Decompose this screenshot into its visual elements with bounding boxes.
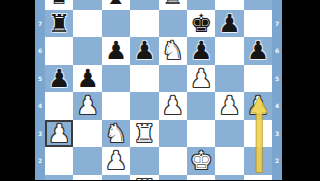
square-d3[interactable]: ♜	[130, 120, 158, 148]
square-e6[interactable]: ♞	[159, 37, 187, 65]
square-f5[interactable]: ♟	[187, 65, 215, 93]
chess-board: ♛♝♜♜♚♟♟♟♞♟♟♟♟♟♟♟♟♟♟♞♜♟♚♜	[45, 0, 272, 180]
black-pawn: ♟	[190, 37, 212, 65]
white-rook: ♜	[133, 175, 155, 181]
square-a4[interactable]	[45, 92, 73, 120]
square-c5[interactable]	[102, 65, 130, 93]
square-h4[interactable]: ♟	[244, 92, 272, 120]
square-b2[interactable]	[73, 147, 101, 175]
square-g7[interactable]: ♟	[215, 10, 243, 38]
black-bishop: ♝	[105, 0, 127, 10]
white-pawn: ♟	[105, 147, 127, 175]
rank-label-8: 8	[35, 0, 45, 10]
square-e4[interactable]: ♟	[159, 92, 187, 120]
square-b7[interactable]	[73, 10, 101, 38]
black-pawn: ♟	[247, 37, 269, 65]
white-pawn: ♟	[190, 65, 212, 93]
rank-label-4: 4	[272, 92, 282, 120]
black-pawn: ♟	[76, 65, 98, 93]
square-h8[interactable]	[244, 0, 272, 10]
square-e8[interactable]: ♜	[159, 0, 187, 10]
square-d7[interactable]	[130, 10, 158, 38]
rank-label-8: 8	[272, 0, 282, 10]
white-knight: ♞	[162, 37, 184, 65]
white-king: ♚	[190, 147, 212, 175]
square-h1[interactable]	[244, 175, 272, 181]
square-c4[interactable]	[102, 92, 130, 120]
square-c6[interactable]: ♟	[102, 37, 130, 65]
square-f1[interactable]	[187, 175, 215, 181]
square-b4[interactable]: ♟	[73, 92, 101, 120]
square-a1[interactable]	[45, 175, 73, 181]
square-d5[interactable]	[130, 65, 158, 93]
rank-label-7: 7	[272, 10, 282, 38]
white-pawn: ♟	[48, 120, 70, 148]
rank-label-3: 3	[272, 120, 282, 148]
chess-board-wrap: 87654321 ♛♝♜♜♚♟♟♟♞♟♟♟♟♟♟♟♟♟♟♞♜♟♚♜ 876543…	[35, 0, 282, 180]
white-pawn: ♟	[218, 92, 240, 120]
square-d6[interactable]: ♟	[130, 37, 158, 65]
square-a6[interactable]	[45, 37, 73, 65]
square-a5[interactable]: ♟	[45, 65, 73, 93]
square-d1[interactable]: ♜	[130, 175, 158, 181]
square-e7[interactable]	[159, 10, 187, 38]
rank-label-5: 5	[272, 65, 282, 93]
black-king: ♚	[190, 10, 212, 38]
black-pawn: ♟	[105, 37, 127, 65]
square-c7[interactable]	[102, 10, 130, 38]
rank-label-5: 5	[35, 65, 45, 93]
square-g2[interactable]	[215, 147, 243, 175]
square-c3[interactable]: ♞	[102, 120, 130, 148]
square-b5[interactable]: ♟	[73, 65, 101, 93]
square-b1[interactable]	[73, 175, 101, 181]
square-a2[interactable]	[45, 147, 73, 175]
rank-label-2: 2	[272, 147, 282, 175]
rank-label-3: 3	[35, 120, 45, 148]
square-g6[interactable]	[215, 37, 243, 65]
square-b3[interactable]	[73, 120, 101, 148]
square-e2[interactable]	[159, 147, 187, 175]
square-e5[interactable]	[159, 65, 187, 93]
white-pawn: ♟	[76, 92, 98, 120]
square-b8[interactable]	[73, 0, 101, 10]
square-h6[interactable]: ♟	[244, 37, 272, 65]
rank-label-1: 1	[272, 175, 282, 181]
square-b6[interactable]	[73, 37, 101, 65]
square-c1[interactable]	[102, 175, 130, 181]
square-h7[interactable]	[244, 10, 272, 38]
black-rook: ♜	[48, 10, 70, 38]
black-pawn: ♟	[133, 37, 155, 65]
square-d2[interactable]	[130, 147, 158, 175]
black-pawn: ♟	[48, 65, 70, 93]
square-d8[interactable]	[130, 0, 158, 10]
rank-label-6: 6	[272, 37, 282, 65]
white-rook: ♜	[133, 120, 155, 148]
rank-label-2: 2	[35, 147, 45, 175]
rank-label-1: 1	[35, 175, 45, 181]
black-pawn: ♟	[218, 10, 240, 38]
video-frame: 87654321 ♛♝♜♜♚♟♟♟♞♟♟♟♟♟♟♟♟♟♟♞♜♟♚♜ 876543…	[0, 0, 320, 180]
square-e1[interactable]	[159, 175, 187, 181]
square-f3[interactable]	[187, 120, 215, 148]
square-c2[interactable]: ♟	[102, 147, 130, 175]
square-e3[interactable]	[159, 120, 187, 148]
square-g3[interactable]	[215, 120, 243, 148]
rank-label-7: 7	[35, 10, 45, 38]
white-knight: ♞	[105, 120, 127, 148]
black-rook: ♜	[162, 0, 184, 10]
square-g4[interactable]: ♟	[215, 92, 243, 120]
white-pawn: ♟	[162, 92, 184, 120]
square-a3[interactable]: ♟	[45, 120, 73, 148]
rank-label-4: 4	[35, 92, 45, 120]
square-f6[interactable]: ♟	[187, 37, 215, 65]
square-h5[interactable]	[244, 65, 272, 93]
square-f7[interactable]: ♚	[187, 10, 215, 38]
rank-labels-left: 87654321	[35, 0, 45, 180]
square-h3[interactable]	[244, 120, 272, 148]
square-g5[interactable]	[215, 65, 243, 93]
square-d4[interactable]	[130, 92, 158, 120]
square-c8[interactable]: ♝	[102, 0, 130, 10]
rank-labels-right: 87654321	[272, 0, 282, 180]
white-pawn: ♟	[247, 92, 269, 120]
square-g1[interactable]	[215, 175, 243, 181]
square-f2[interactable]: ♚	[187, 147, 215, 175]
rank-label-6: 6	[35, 37, 45, 65]
square-a7[interactable]: ♜	[45, 10, 73, 38]
square-h2[interactable]	[244, 147, 272, 175]
square-f4[interactable]	[187, 92, 215, 120]
